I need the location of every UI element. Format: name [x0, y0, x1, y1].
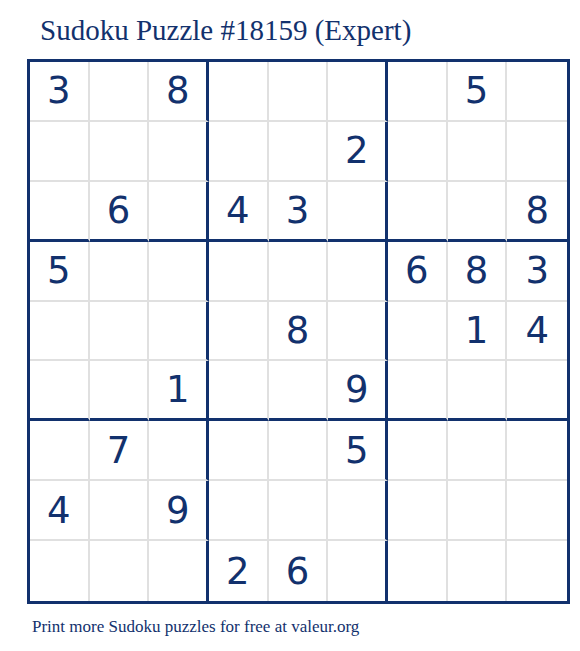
sudoku-cell-r4c3[interactable] [149, 242, 209, 302]
sudoku-cell-r9c5[interactable]: 6 [269, 541, 329, 601]
sudoku-cell-r3c8[interactable] [448, 182, 508, 242]
sudoku-cell-r7c3[interactable] [149, 421, 209, 481]
sudoku-cell-r4c2[interactable] [90, 242, 150, 302]
sudoku-cell-r5c9[interactable]: 4 [507, 302, 567, 362]
sudoku-cell-r9c9[interactable] [507, 541, 567, 601]
sudoku-cell-r9c2[interactable] [90, 541, 150, 601]
sudoku-cell-r9c1[interactable] [30, 541, 90, 601]
sudoku-cell-r6c2[interactable] [90, 361, 150, 421]
sudoku-cell-r4c1[interactable]: 5 [30, 242, 90, 302]
sudoku-cell-r1c8[interactable]: 5 [448, 62, 508, 122]
sudoku-cell-r1c4[interactable] [209, 62, 269, 122]
sudoku-cell-r8c3[interactable]: 9 [149, 481, 209, 541]
sudoku-cell-r8c5[interactable] [269, 481, 329, 541]
sudoku-cell-r4c5[interactable] [269, 242, 329, 302]
sudoku-cell-r4c8[interactable]: 8 [448, 242, 508, 302]
sudoku-cell-r8c9[interactable] [507, 481, 567, 541]
sudoku-cell-r7c5[interactable] [269, 421, 329, 481]
sudoku-cell-r3c5[interactable]: 3 [269, 182, 329, 242]
sudoku-cell-r8c1[interactable]: 4 [30, 481, 90, 541]
sudoku-cell-r2c2[interactable] [90, 122, 150, 182]
sudoku-cell-r2c3[interactable] [149, 122, 209, 182]
footer-text: Print more Sudoku puzzles for free at va… [32, 617, 359, 637]
page-title: Sudoku Puzzle #18159 (Expert) [40, 14, 411, 47]
sudoku-cell-r3c3[interactable] [149, 182, 209, 242]
sudoku-cell-r2c9[interactable] [507, 122, 567, 182]
sudoku-cell-r3c4[interactable]: 4 [209, 182, 269, 242]
sudoku-cell-r1c9[interactable] [507, 62, 567, 122]
sudoku-cell-r1c1[interactable]: 3 [30, 62, 90, 122]
sudoku-page: Sudoku Puzzle #18159 (Expert) 3852643856… [0, 0, 580, 651]
sudoku-cell-r9c8[interactable] [448, 541, 508, 601]
sudoku-cell-r6c9[interactable] [507, 361, 567, 421]
sudoku-cell-r1c2[interactable] [90, 62, 150, 122]
sudoku-cell-r7c6[interactable]: 5 [328, 421, 388, 481]
sudoku-cell-r7c7[interactable] [388, 421, 448, 481]
sudoku-cell-r6c6[interactable]: 9 [328, 361, 388, 421]
sudoku-cell-r5c5[interactable]: 8 [269, 302, 329, 362]
sudoku-cell-r2c1[interactable] [30, 122, 90, 182]
sudoku-board: 38526438568381419754926 [27, 59, 570, 604]
sudoku-cell-r8c8[interactable] [448, 481, 508, 541]
sudoku-cell-r9c7[interactable] [388, 541, 448, 601]
sudoku-cell-r7c8[interactable] [448, 421, 508, 481]
sudoku-cell-r3c7[interactable] [388, 182, 448, 242]
sudoku-cell-r1c3[interactable]: 8 [149, 62, 209, 122]
sudoku-cell-r3c1[interactable] [30, 182, 90, 242]
sudoku-cell-r6c4[interactable] [209, 361, 269, 421]
sudoku-cell-r5c2[interactable] [90, 302, 150, 362]
sudoku-cell-r5c4[interactable] [209, 302, 269, 362]
sudoku-cell-r4c6[interactable] [328, 242, 388, 302]
sudoku-cell-r3c9[interactable]: 8 [507, 182, 567, 242]
sudoku-cell-r8c2[interactable] [90, 481, 150, 541]
sudoku-cell-r7c4[interactable] [209, 421, 269, 481]
sudoku-cell-r8c7[interactable] [388, 481, 448, 541]
sudoku-cell-r4c7[interactable]: 6 [388, 242, 448, 302]
sudoku-cell-r3c6[interactable] [328, 182, 388, 242]
sudoku-cell-r5c8[interactable]: 1 [448, 302, 508, 362]
sudoku-cell-r2c4[interactable] [209, 122, 269, 182]
sudoku-cell-r5c3[interactable] [149, 302, 209, 362]
sudoku-cell-r7c9[interactable] [507, 421, 567, 481]
sudoku-cell-r1c5[interactable] [269, 62, 329, 122]
sudoku-cell-r6c3[interactable]: 1 [149, 361, 209, 421]
sudoku-cell-r1c7[interactable] [388, 62, 448, 122]
sudoku-cell-r5c7[interactable] [388, 302, 448, 362]
sudoku-cell-r4c4[interactable] [209, 242, 269, 302]
sudoku-cell-r6c7[interactable] [388, 361, 448, 421]
sudoku-cell-r5c6[interactable] [328, 302, 388, 362]
sudoku-cell-r9c3[interactable] [149, 541, 209, 601]
sudoku-cell-r7c2[interactable]: 7 [90, 421, 150, 481]
sudoku-cell-r8c4[interactable] [209, 481, 269, 541]
sudoku-cell-r2c6[interactable]: 2 [328, 122, 388, 182]
sudoku-cell-r5c1[interactable] [30, 302, 90, 362]
sudoku-cell-r7c1[interactable] [30, 421, 90, 481]
sudoku-cell-r9c6[interactable] [328, 541, 388, 601]
sudoku-cell-r2c5[interactable] [269, 122, 329, 182]
sudoku-cell-r1c6[interactable] [328, 62, 388, 122]
sudoku-cell-r6c5[interactable] [269, 361, 329, 421]
sudoku-cell-r6c8[interactable] [448, 361, 508, 421]
sudoku-cell-r2c8[interactable] [448, 122, 508, 182]
sudoku-cell-r6c1[interactable] [30, 361, 90, 421]
sudoku-cell-r9c4[interactable]: 2 [209, 541, 269, 601]
sudoku-cell-r8c6[interactable] [328, 481, 388, 541]
sudoku-cell-r3c2[interactable]: 6 [90, 182, 150, 242]
sudoku-cell-r2c7[interactable] [388, 122, 448, 182]
sudoku-cell-r4c9[interactable]: 3 [507, 242, 567, 302]
